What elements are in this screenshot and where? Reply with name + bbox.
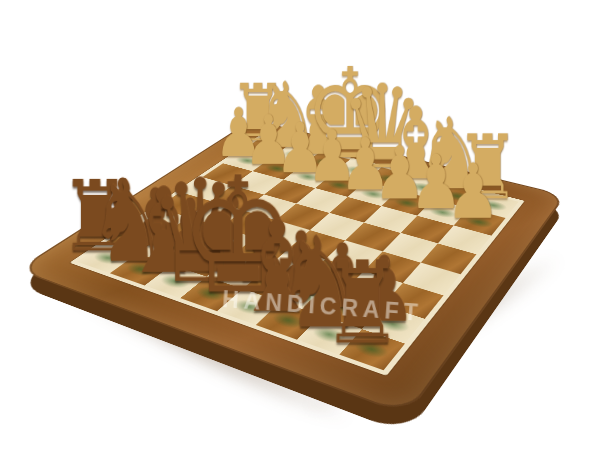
product-photo: ♜♞♝♚♛♝♞♜♟♟♟♟♟♟♟♟♟♟♟♟♟♟♟♟♜♞♝♛♚♝♞♜ HANDICR… <box>0 0 600 450</box>
playing-field: ♜♞♝♚♛♝♞♜♟♟♟♟♟♟♟♟♟♟♟♟♟♟♟♟♜♞♝♛♚♝♞♜ <box>70 135 525 376</box>
board-frame: ♜♞♝♚♛♝♞♜♟♟♟♟♟♟♟♟♟♟♟♟♟♟♟♟♜♞♝♛♚♝♞♜ <box>17 119 566 415</box>
black-rook: ♜ <box>321 247 403 361</box>
scene: ♜♞♝♚♛♝♞♜♟♟♟♟♟♟♟♟♟♟♟♟♟♟♟♟♜♞♝♛♚♝♞♜ <box>0 0 600 450</box>
chess-board: ♜♞♝♚♛♝♞♜♟♟♟♟♟♟♟♟♟♟♟♟♟♟♟♟♜♞♝♛♚♝♞♜ <box>17 119 566 415</box>
white-pawn: ♟ <box>446 154 500 230</box>
square-h8: ♜ <box>339 329 405 370</box>
